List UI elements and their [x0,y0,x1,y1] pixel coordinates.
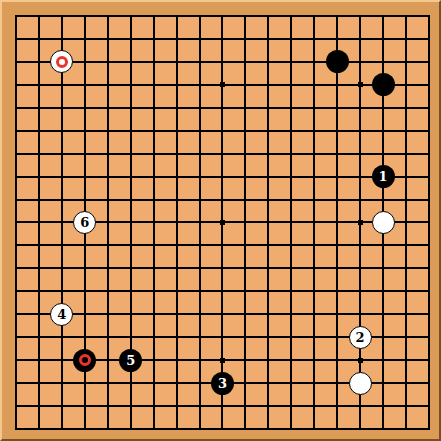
stone-black: 1 [372,165,395,188]
stone-white [349,372,372,395]
go-diagram: 164253 [0,0,441,441]
star-point [220,220,225,225]
stone-black [372,73,395,96]
star-point [358,82,363,87]
stone-black [326,50,349,73]
go-board[interactable]: 164253 [0,0,441,441]
star-point [358,220,363,225]
stone-number-label: 5 [126,354,135,367]
stone-number-label: 4 [57,308,66,321]
stone-black: 3 [211,372,234,395]
stone-white [50,50,73,73]
board-grid: 164253 [15,15,430,430]
stone-number-label: 1 [379,170,388,183]
star-point [220,358,225,363]
stone-white: 4 [50,303,73,326]
star-point [358,358,363,363]
stone-white: 2 [349,326,372,349]
star-point [220,82,225,87]
stone-number-label: 6 [80,216,89,229]
stone-number-label: 2 [356,331,365,344]
stone-black [73,349,96,372]
stone-number-label: 3 [218,377,227,390]
stone-white [372,211,395,234]
stone-black: 5 [119,349,142,372]
circle-marker-icon [79,354,91,366]
circle-marker-icon [56,56,68,68]
stone-white: 6 [73,211,96,234]
